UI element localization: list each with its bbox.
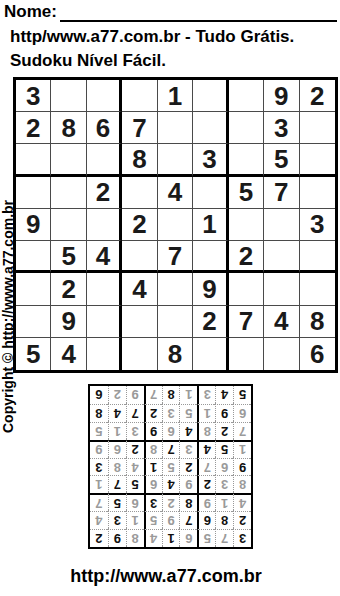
sudoku-cell-empty[interactable] — [87, 209, 122, 241]
solution-cell-solved: 5 — [197, 529, 215, 547]
solution-cell-solved: 3 — [162, 404, 180, 422]
sudoku-cell-empty[interactable] — [229, 338, 264, 370]
solution-cell-solved: 8 — [233, 475, 251, 493]
solution-cell-solved: 1 — [197, 404, 215, 422]
solution-cell-given: 5 — [215, 440, 233, 458]
sudoku-cell-empty[interactable] — [51, 209, 86, 241]
sudoku-cell-given: 4 — [122, 273, 157, 305]
solution-cell-given: 6 — [90, 386, 108, 404]
solution-cell-given: 4 — [162, 475, 180, 493]
solution-cell-given: 8 — [162, 386, 180, 404]
solution-cell-solved: 1 — [233, 440, 251, 458]
solution-cell-given: 3 — [144, 493, 162, 511]
solution-cell-given: 8 — [179, 493, 197, 511]
sudoku-cell-given: 2 — [300, 80, 335, 112]
solution-cell-solved: 4 — [233, 493, 251, 511]
sudoku-cell-empty[interactable] — [229, 273, 264, 305]
solution-cell-solved: 8 — [144, 440, 162, 458]
solution-cell-solved: 5 — [90, 422, 108, 440]
sudoku-cell-given: 8 — [51, 112, 86, 144]
name-row: Nome: — [4, 2, 337, 22]
solution-cell-solved: 1 — [90, 475, 108, 493]
sudoku-cell-given: 3 — [264, 112, 299, 144]
sudoku-cell-empty[interactable] — [122, 241, 157, 273]
sudoku-cell-empty[interactable] — [122, 306, 157, 338]
solution-cell-given: 6 — [197, 511, 215, 529]
site-tagline: http/www.a77.com.br - Tudo Grátis. — [10, 27, 294, 47]
solution-cell-given: 2 — [233, 511, 251, 529]
sudoku-cell-given: 3 — [193, 144, 228, 176]
sudoku-cell-given: 7 — [264, 177, 299, 209]
solution-cell-solved: 3 — [215, 475, 233, 493]
sudoku-cell-empty[interactable] — [193, 112, 228, 144]
solution-cell-solved: 9 — [162, 511, 180, 529]
solution-cell-given: 8 — [90, 404, 108, 422]
solution-cell-given: 1 — [144, 458, 162, 476]
sudoku-cell-empty[interactable] — [122, 177, 157, 209]
sudoku-cell-given: 1 — [158, 80, 193, 112]
solution-cell-given: 5 — [233, 386, 251, 404]
sudoku-cell-given: 2 — [87, 177, 122, 209]
sudoku-cell-empty[interactable] — [229, 80, 264, 112]
solution-cell-solved: 9 — [90, 440, 108, 458]
sudoku-cell-given: 4 — [51, 338, 86, 370]
solution-cell-solved: 6 — [233, 404, 251, 422]
sudoku-cell-given: 6 — [300, 338, 335, 370]
solution-cell-given: 2 — [90, 529, 108, 547]
solution-cell-solved: 7 — [233, 422, 251, 440]
solution-cell-given: 9 — [233, 458, 251, 476]
sudoku-cell-given: 5 — [16, 338, 51, 370]
solution-cell-given: 4 — [197, 440, 215, 458]
solution-cell-given: 2 — [197, 475, 215, 493]
solution-cell-given: 5 — [108, 493, 126, 511]
solution-cell-solved: 2 — [108, 386, 126, 404]
sudoku-cell-given: 4 — [87, 241, 122, 273]
sudoku-cell-empty[interactable] — [193, 241, 228, 273]
sudoku-cell-empty[interactable] — [51, 144, 86, 176]
sudoku-cell-empty[interactable] — [300, 177, 335, 209]
solution-cell-solved: 8 — [126, 529, 144, 547]
solution-cell-given: 1 — [162, 529, 180, 547]
solution-cell-solved: 2 — [162, 493, 180, 511]
solution-cell-given: 8 — [215, 511, 233, 529]
solution-cell-given: 7 — [108, 475, 126, 493]
sudoku-cell-empty[interactable] — [264, 338, 299, 370]
solution-cell-solved: 1 — [215, 493, 233, 511]
solution-cell-solved: 4 — [144, 529, 162, 547]
sudoku-cell-empty[interactable] — [87, 306, 122, 338]
solution-cell-given: 2 — [126, 440, 144, 458]
sudoku-solution-board-rotated: 3756148922867951344198236578329465719672… — [88, 384, 253, 549]
sudoku-cell-empty[interactable] — [229, 209, 264, 241]
solution-cell-given: 3 — [233, 529, 251, 547]
sudoku-cell-given: 8 — [122, 144, 157, 176]
solution-cell-solved: 3 — [179, 440, 197, 458]
sudoku-cell-given: 2 — [51, 273, 86, 305]
sudoku-cell-empty[interactable] — [51, 80, 86, 112]
sudoku-cell-empty[interactable] — [264, 209, 299, 241]
sudoku-cell-given: 2 — [193, 306, 228, 338]
sudoku-cell-given: 9 — [16, 209, 51, 241]
sudoku-cell-empty[interactable] — [300, 241, 335, 273]
solution-cell-given: 2 — [215, 422, 233, 440]
solution-cell-given: 2 — [179, 458, 197, 476]
solution-cell-solved: 6 — [126, 493, 144, 511]
sudoku-cell-given: 3 — [16, 80, 51, 112]
solution-cell-given: 9 — [144, 422, 162, 440]
solution-cell-solved: 7 — [144, 386, 162, 404]
name-fill-line[interactable] — [60, 3, 337, 22]
sudoku-cell-empty[interactable] — [300, 273, 335, 305]
solution-cell-solved: 6 — [162, 422, 180, 440]
sudoku-cell-given: 5 — [264, 144, 299, 176]
solution-cell-given: 4 — [215, 386, 233, 404]
sudoku-cell-empty[interactable] — [193, 80, 228, 112]
solution-cell-solved: 4 — [90, 511, 108, 529]
solution-cell-solved: 1 — [108, 422, 126, 440]
solution-cell-given: 5 — [126, 475, 144, 493]
solution-cell-solved: 5 — [162, 458, 180, 476]
solution-cell-given: 7 — [179, 511, 197, 529]
solution-cell-solved: 7 — [197, 458, 215, 476]
solution-cell-given: 9 — [215, 404, 233, 422]
solution-cell-solved: 3 — [126, 422, 144, 440]
sudoku-cell-empty[interactable] — [229, 112, 264, 144]
sudoku-cell-given: 4 — [158, 177, 193, 209]
sudoku-cell-empty[interactable] — [87, 273, 122, 305]
solution-cell-given: 3 — [90, 458, 108, 476]
sudoku-cell-empty[interactable] — [158, 144, 193, 176]
solution-cell-given: 3 — [108, 511, 126, 529]
sudoku-cell-given: 2 — [122, 209, 157, 241]
solution-cell-given: 9 — [108, 529, 126, 547]
sudoku-cell-given: 9 — [264, 80, 299, 112]
sudoku-cell-empty[interactable] — [229, 144, 264, 176]
solution-cell-solved: 6 — [179, 529, 197, 547]
sudoku-cell-empty[interactable] — [264, 273, 299, 305]
solution-cell-solved: 6 — [144, 475, 162, 493]
sudoku-cell-empty[interactable] — [122, 338, 157, 370]
sudoku-cell-empty[interactable] — [51, 177, 86, 209]
sudoku-cell-empty[interactable] — [16, 306, 51, 338]
sudoku-cell-empty[interactable] — [264, 241, 299, 273]
sudoku-cell-given: 9 — [51, 306, 86, 338]
sudoku-cell-given: 1 — [193, 209, 228, 241]
solution-cell-given: 7 — [126, 404, 144, 422]
sudoku-cell-empty[interactable] — [87, 80, 122, 112]
sudoku-board: 319228673835245792135472249927485486 — [13, 77, 338, 373]
solution-cell-solved: 6 — [215, 458, 233, 476]
solution-cell-solved: 5 — [179, 404, 197, 422]
solution-cell-solved: 6 — [108, 440, 126, 458]
sudoku-cell-given: 6 — [87, 112, 122, 144]
sudoku-cell-empty[interactable] — [300, 144, 335, 176]
sudoku-cell-empty[interactable] — [193, 338, 228, 370]
sudoku-cell-given: 3 — [300, 209, 335, 241]
sudoku-cell-empty[interactable] — [122, 80, 157, 112]
solution-cell-solved: 8 — [108, 458, 126, 476]
solution-cell-solved: 9 — [197, 493, 215, 511]
sudoku-cell-given: 4 — [264, 306, 299, 338]
solution-cell-given: 2 — [144, 404, 162, 422]
sudoku-cell-empty[interactable] — [158, 112, 193, 144]
solution-cell-solved: 8 — [197, 422, 215, 440]
sudoku-cell-given: 7 — [122, 112, 157, 144]
sudoku-cell-empty[interactable] — [300, 112, 335, 144]
solution-cell-solved: 9 — [179, 475, 197, 493]
sudoku-cell-given: 8 — [158, 338, 193, 370]
sudoku-cell-empty[interactable] — [87, 338, 122, 370]
solution-cell-solved: 7 — [215, 529, 233, 547]
solution-cell-solved: 9 — [126, 386, 144, 404]
sudoku-cell-empty[interactable] — [87, 144, 122, 176]
solution-cell-solved: 1 — [126, 511, 144, 529]
sudoku-cell-given: 5 — [51, 241, 86, 273]
solution-cell-solved: 4 — [126, 458, 144, 476]
solution-cell-solved: 7 — [90, 493, 108, 511]
sudoku-cell-empty[interactable] — [158, 273, 193, 305]
sudoku-cell-given: 2 — [229, 241, 264, 273]
name-label: Nome: — [4, 2, 57, 22]
solution-cell-solved: 3 — [197, 386, 215, 404]
sudoku-cell-given: 7 — [158, 241, 193, 273]
sudoku-cell-given: 8 — [300, 306, 335, 338]
sudoku-cell-empty[interactable] — [158, 209, 193, 241]
sudoku-cell-empty[interactable] — [158, 306, 193, 338]
sudoku-cell-given: 2 — [16, 112, 51, 144]
solution-cell-given: 4 — [108, 404, 126, 422]
sudoku-cell-empty[interactable] — [16, 273, 51, 305]
sudoku-cell-empty[interactable] — [16, 177, 51, 209]
solution-cell-solved: 1 — [179, 386, 197, 404]
sudoku-cell-given: 9 — [193, 273, 228, 305]
sudoku-cell-given: 5 — [229, 177, 264, 209]
sudoku-cell-empty[interactable] — [16, 144, 51, 176]
footer-url: http://www.a77.com.br — [0, 566, 332, 587]
solution-cell-solved: 5 — [144, 511, 162, 529]
solution-cell-given: 7 — [162, 440, 180, 458]
sudoku-cell-given: 7 — [229, 306, 264, 338]
sudoku-cell-empty[interactable] — [193, 177, 228, 209]
solution-cell-given: 4 — [179, 422, 197, 440]
sudoku-cell-empty[interactable] — [16, 241, 51, 273]
puzzle-level-title: Sudoku Nível Fácil. — [10, 51, 166, 71]
